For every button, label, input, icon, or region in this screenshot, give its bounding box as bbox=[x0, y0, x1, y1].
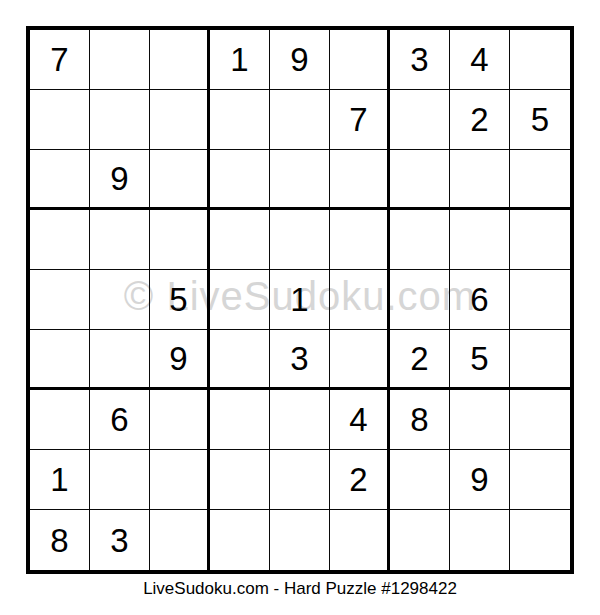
cell-r2c1 bbox=[30, 90, 90, 150]
cell-r6c6 bbox=[330, 330, 390, 390]
cell-r6c2 bbox=[90, 330, 150, 390]
cell-r4c8 bbox=[450, 210, 510, 270]
cell-r4c5 bbox=[270, 210, 330, 270]
cell-r9c9 bbox=[510, 510, 570, 570]
cell-r5c4 bbox=[210, 270, 270, 330]
cell-r7c5 bbox=[270, 390, 330, 450]
cell-r8c2 bbox=[90, 450, 150, 510]
cell-r1c6 bbox=[330, 30, 390, 90]
cell-r4c2 bbox=[90, 210, 150, 270]
cell-r4c6 bbox=[330, 210, 390, 270]
cell-r2c4 bbox=[210, 90, 270, 150]
cell-r8c3 bbox=[150, 450, 210, 510]
cell-r5c9 bbox=[510, 270, 570, 330]
cell-r1c7: 3 bbox=[390, 30, 450, 90]
cell-r7c6: 4 bbox=[330, 390, 390, 450]
cell-r5c3: 5 bbox=[150, 270, 210, 330]
cell-r6c9 bbox=[510, 330, 570, 390]
cell-r7c2: 6 bbox=[90, 390, 150, 450]
cell-r2c5 bbox=[270, 90, 330, 150]
cell-r2c7 bbox=[390, 90, 450, 150]
sudoku-page: © LiveSudoku.com 71934725951693256481298… bbox=[0, 0, 600, 615]
cell-r4c1 bbox=[30, 210, 90, 270]
cell-r8c9 bbox=[510, 450, 570, 510]
cell-r4c3 bbox=[150, 210, 210, 270]
cell-r7c8 bbox=[450, 390, 510, 450]
cell-r5c1 bbox=[30, 270, 90, 330]
cell-r5c8: 6 bbox=[450, 270, 510, 330]
cell-r8c1: 1 bbox=[30, 450, 90, 510]
cell-r9c3 bbox=[150, 510, 210, 570]
cell-r7c3 bbox=[150, 390, 210, 450]
cell-r9c6 bbox=[330, 510, 390, 570]
cell-r6c8: 5 bbox=[450, 330, 510, 390]
cell-r1c1: 7 bbox=[30, 30, 90, 90]
cell-r4c7 bbox=[390, 210, 450, 270]
cell-r3c9 bbox=[510, 150, 570, 210]
cell-r2c9: 5 bbox=[510, 90, 570, 150]
cell-r6c3: 9 bbox=[150, 330, 210, 390]
cell-r6c4 bbox=[210, 330, 270, 390]
cell-r2c8: 2 bbox=[450, 90, 510, 150]
cell-r1c8: 4 bbox=[450, 30, 510, 90]
cell-r4c4 bbox=[210, 210, 270, 270]
cell-r7c7: 8 bbox=[390, 390, 450, 450]
cell-r8c5 bbox=[270, 450, 330, 510]
cell-r5c5: 1 bbox=[270, 270, 330, 330]
cell-r8c8: 9 bbox=[450, 450, 510, 510]
cell-r1c9 bbox=[510, 30, 570, 90]
cell-r8c7 bbox=[390, 450, 450, 510]
cell-r9c7 bbox=[390, 510, 450, 570]
cell-r6c5: 3 bbox=[270, 330, 330, 390]
cell-r8c6: 2 bbox=[330, 450, 390, 510]
cell-r8c4 bbox=[210, 450, 270, 510]
cell-r3c3 bbox=[150, 150, 210, 210]
cell-r9c1: 8 bbox=[30, 510, 90, 570]
cell-r3c8 bbox=[450, 150, 510, 210]
cell-r6c7: 2 bbox=[390, 330, 450, 390]
cell-r9c5 bbox=[270, 510, 330, 570]
cell-r9c4 bbox=[210, 510, 270, 570]
cell-r2c3 bbox=[150, 90, 210, 150]
cell-r1c3 bbox=[150, 30, 210, 90]
cell-r3c2: 9 bbox=[90, 150, 150, 210]
cell-r5c2 bbox=[90, 270, 150, 330]
puzzle-caption: LiveSudoku.com - Hard Puzzle #1298422 bbox=[0, 579, 600, 599]
cell-r9c2: 3 bbox=[90, 510, 150, 570]
cell-r1c2 bbox=[90, 30, 150, 90]
cell-r3c6 bbox=[330, 150, 390, 210]
cell-r7c1 bbox=[30, 390, 90, 450]
cell-r5c7 bbox=[390, 270, 450, 330]
cell-r3c5 bbox=[270, 150, 330, 210]
cell-r7c9 bbox=[510, 390, 570, 450]
cell-r2c2 bbox=[90, 90, 150, 150]
cell-r2c6: 7 bbox=[330, 90, 390, 150]
sudoku-board: © LiveSudoku.com 71934725951693256481298… bbox=[26, 26, 574, 574]
cell-r7c4 bbox=[210, 390, 270, 450]
cell-r1c5: 9 bbox=[270, 30, 330, 90]
cell-r6c1 bbox=[30, 330, 90, 390]
cell-r4c9 bbox=[510, 210, 570, 270]
cell-r3c4 bbox=[210, 150, 270, 210]
cell-r5c6 bbox=[330, 270, 390, 330]
cell-r1c4: 1 bbox=[210, 30, 270, 90]
cell-r9c8 bbox=[450, 510, 510, 570]
cell-r3c7 bbox=[390, 150, 450, 210]
cell-r3c1 bbox=[30, 150, 90, 210]
